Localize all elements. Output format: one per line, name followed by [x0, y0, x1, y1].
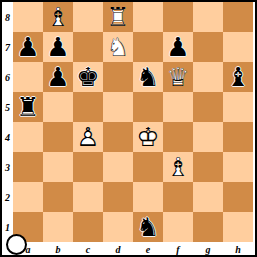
square-a2[interactable]	[13, 182, 43, 212]
chess-diagram: 87654321 ♝♗♜♖♟♟♞♘♟♟♚♞♛♕♝♜♟♙♚♔♝♗♞ abcdefg…	[0, 0, 257, 257]
file-label-h: h	[223, 242, 253, 255]
black-pawn-piece: ♟	[13, 32, 43, 62]
file-label-f: f	[163, 242, 193, 255]
white-bishop-piece: ♝♗	[163, 152, 193, 182]
square-b1[interactable]	[43, 212, 73, 242]
square-d6[interactable]	[103, 62, 133, 92]
square-e7[interactable]	[133, 32, 163, 62]
square-a3[interactable]	[13, 152, 43, 182]
square-f2[interactable]	[163, 182, 193, 212]
side-to-move-indicator	[6, 234, 27, 255]
file-label-e: e	[133, 242, 163, 255]
square-h2[interactable]	[223, 182, 253, 212]
rank-label-5: 5	[2, 92, 13, 122]
square-c8[interactable]	[73, 2, 103, 32]
file-label-b: b	[43, 242, 73, 255]
square-f6[interactable]: ♛♕	[163, 62, 193, 92]
square-e4[interactable]: ♚♔	[133, 122, 163, 152]
square-d1[interactable]	[103, 212, 133, 242]
white-knight-piece: ♞♘	[103, 32, 133, 62]
square-f5[interactable]	[163, 92, 193, 122]
square-c5[interactable]	[73, 92, 103, 122]
square-e5[interactable]	[133, 92, 163, 122]
white-pawn-piece: ♟♙	[73, 122, 103, 152]
square-c3[interactable]	[73, 152, 103, 182]
rank-label-3: 3	[2, 152, 13, 182]
rank-label-6: 6	[2, 62, 13, 92]
square-d2[interactable]	[103, 182, 133, 212]
square-d5[interactable]	[103, 92, 133, 122]
black-knight-piece: ♞	[133, 62, 163, 92]
white-king-piece: ♚♔	[133, 122, 163, 152]
square-e8[interactable]	[133, 2, 163, 32]
file-label-g: g	[193, 242, 223, 255]
square-g4[interactable]	[193, 122, 223, 152]
chess-board: ♝♗♜♖♟♟♞♘♟♟♚♞♛♕♝♜♟♙♚♔♝♗♞	[13, 2, 253, 242]
white-rook-piece: ♜♖	[103, 2, 133, 32]
square-g7[interactable]	[193, 32, 223, 62]
file-label-d: d	[103, 242, 133, 255]
square-h3[interactable]	[223, 152, 253, 182]
square-c1[interactable]	[73, 212, 103, 242]
square-h8[interactable]	[223, 2, 253, 32]
rank-label-2: 2	[2, 182, 13, 212]
square-d7[interactable]: ♞♘	[103, 32, 133, 62]
square-h5[interactable]	[223, 92, 253, 122]
rank-label-4: 4	[2, 122, 13, 152]
square-b5[interactable]	[43, 92, 73, 122]
square-c4[interactable]: ♟♙	[73, 122, 103, 152]
black-pawn-piece: ♟	[163, 32, 193, 62]
rank-labels: 87654321	[2, 2, 13, 242]
square-b6[interactable]: ♟	[43, 62, 73, 92]
white-bishop-piece: ♝♗	[43, 2, 73, 32]
square-a4[interactable]	[13, 122, 43, 152]
square-c7[interactable]	[73, 32, 103, 62]
black-knight-piece: ♞	[133, 212, 163, 242]
white-queen-piece: ♛♕	[163, 62, 193, 92]
square-f7[interactable]: ♟	[163, 32, 193, 62]
square-a7[interactable]: ♟	[13, 32, 43, 62]
square-a5[interactable]: ♜	[13, 92, 43, 122]
square-e1[interactable]: ♞	[133, 212, 163, 242]
square-g3[interactable]	[193, 152, 223, 182]
square-d3[interactable]	[103, 152, 133, 182]
black-king-piece: ♚	[73, 62, 103, 92]
square-d8[interactable]: ♜♖	[103, 2, 133, 32]
square-d4[interactable]	[103, 122, 133, 152]
square-f8[interactable]	[163, 2, 193, 32]
square-g6[interactable]	[193, 62, 223, 92]
rank-label-8: 8	[2, 2, 13, 32]
square-e3[interactable]	[133, 152, 163, 182]
square-c6[interactable]: ♚	[73, 62, 103, 92]
square-h6[interactable]: ♝	[223, 62, 253, 92]
square-a6[interactable]	[13, 62, 43, 92]
square-b2[interactable]	[43, 182, 73, 212]
square-a8[interactable]	[13, 2, 43, 32]
square-b7[interactable]: ♟	[43, 32, 73, 62]
black-rook-piece: ♜	[13, 92, 43, 122]
square-b3[interactable]	[43, 152, 73, 182]
black-bishop-piece: ♝	[223, 62, 253, 92]
square-c2[interactable]	[73, 182, 103, 212]
square-f4[interactable]	[163, 122, 193, 152]
square-h1[interactable]	[223, 212, 253, 242]
square-f1[interactable]	[163, 212, 193, 242]
square-e2[interactable]	[133, 182, 163, 212]
rank-label-7: 7	[2, 32, 13, 62]
square-b4[interactable]	[43, 122, 73, 152]
square-g2[interactable]	[193, 182, 223, 212]
square-h7[interactable]	[223, 32, 253, 62]
square-f3[interactable]: ♝♗	[163, 152, 193, 182]
square-g1[interactable]	[193, 212, 223, 242]
file-label-c: c	[73, 242, 103, 255]
square-e6[interactable]: ♞	[133, 62, 163, 92]
file-labels: abcdefgh	[13, 242, 253, 255]
black-pawn-piece: ♟	[43, 32, 73, 62]
square-g5[interactable]	[193, 92, 223, 122]
square-b8[interactable]: ♝♗	[43, 2, 73, 32]
square-h4[interactable]	[223, 122, 253, 152]
black-pawn-piece: ♟	[43, 62, 73, 92]
square-g8[interactable]	[193, 2, 223, 32]
